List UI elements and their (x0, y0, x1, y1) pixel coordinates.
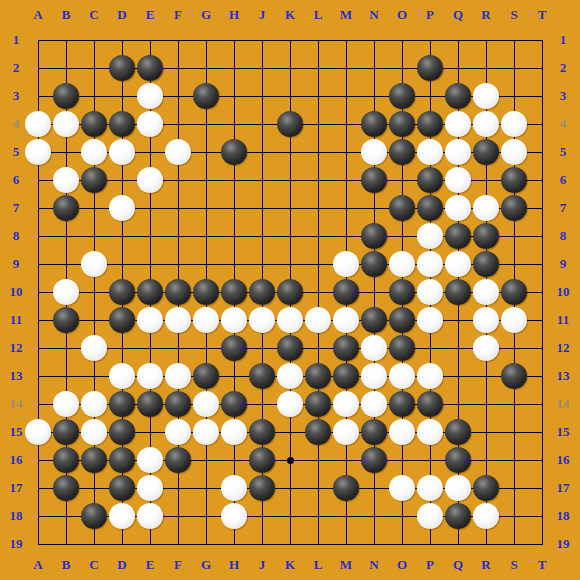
intersection-J6[interactable] (248, 166, 276, 194)
intersection-C19[interactable] (80, 530, 108, 558)
intersection-B19[interactable] (52, 530, 80, 558)
intersection-C6[interactable] (80, 166, 108, 194)
intersection-S5[interactable] (500, 138, 528, 166)
intersection-G6[interactable] (192, 166, 220, 194)
intersection-Q6[interactable] (444, 166, 472, 194)
intersection-L19[interactable] (304, 530, 332, 558)
intersection-T3[interactable] (528, 82, 556, 110)
intersection-C5[interactable] (80, 138, 108, 166)
intersection-K7[interactable] (276, 194, 304, 222)
intersection-B3[interactable] (52, 82, 80, 110)
intersection-T8[interactable] (528, 222, 556, 250)
intersection-O1[interactable] (388, 26, 416, 54)
intersection-N6[interactable] (360, 166, 388, 194)
intersection-N12[interactable] (360, 334, 388, 362)
intersection-B17[interactable] (52, 474, 80, 502)
intersection-Q8[interactable] (444, 222, 472, 250)
intersection-M9[interactable] (332, 250, 360, 278)
intersection-Q12[interactable] (444, 334, 472, 362)
intersection-C9[interactable] (80, 250, 108, 278)
intersection-Q4[interactable] (444, 110, 472, 138)
intersection-C15[interactable] (80, 418, 108, 446)
intersection-R12[interactable] (472, 334, 500, 362)
intersection-N2[interactable] (360, 54, 388, 82)
intersection-O2[interactable] (388, 54, 416, 82)
intersection-A2[interactable] (24, 54, 52, 82)
intersection-K10[interactable] (276, 278, 304, 306)
intersection-M7[interactable] (332, 194, 360, 222)
intersection-S10[interactable] (500, 278, 528, 306)
intersection-A16[interactable] (24, 446, 52, 474)
intersection-K3[interactable] (276, 82, 304, 110)
intersection-E5[interactable] (136, 138, 164, 166)
intersection-F14[interactable] (164, 390, 192, 418)
intersection-A6[interactable] (24, 166, 52, 194)
intersection-G11[interactable] (192, 306, 220, 334)
intersection-H7[interactable] (220, 194, 248, 222)
intersection-S19[interactable] (500, 530, 528, 558)
intersection-R1[interactable] (472, 26, 500, 54)
intersection-F5[interactable] (164, 138, 192, 166)
intersection-K6[interactable] (276, 166, 304, 194)
intersection-B5[interactable] (52, 138, 80, 166)
intersection-P18[interactable] (416, 502, 444, 530)
intersection-O13[interactable] (388, 362, 416, 390)
intersection-L15[interactable] (304, 418, 332, 446)
intersection-A17[interactable] (24, 474, 52, 502)
intersection-B4[interactable] (52, 110, 80, 138)
intersection-Q9[interactable] (444, 250, 472, 278)
intersection-R11[interactable] (472, 306, 500, 334)
intersection-J14[interactable] (248, 390, 276, 418)
intersection-L18[interactable] (304, 502, 332, 530)
intersection-P12[interactable] (416, 334, 444, 362)
intersection-G19[interactable] (192, 530, 220, 558)
intersection-L1[interactable] (304, 26, 332, 54)
intersection-F10[interactable] (164, 278, 192, 306)
intersection-N16[interactable] (360, 446, 388, 474)
intersection-L9[interactable] (304, 250, 332, 278)
intersection-A14[interactable] (24, 390, 52, 418)
intersection-T17[interactable] (528, 474, 556, 502)
intersection-C2[interactable] (80, 54, 108, 82)
intersection-R16[interactable] (472, 446, 500, 474)
intersection-G15[interactable] (192, 418, 220, 446)
intersection-E13[interactable] (136, 362, 164, 390)
intersection-C14[interactable] (80, 390, 108, 418)
intersection-B2[interactable] (52, 54, 80, 82)
intersection-G3[interactable] (192, 82, 220, 110)
intersection-H1[interactable] (220, 26, 248, 54)
intersection-J3[interactable] (248, 82, 276, 110)
intersection-A12[interactable] (24, 334, 52, 362)
intersection-S17[interactable] (500, 474, 528, 502)
intersection-D3[interactable] (108, 82, 136, 110)
intersection-R13[interactable] (472, 362, 500, 390)
intersection-F18[interactable] (164, 502, 192, 530)
intersection-J15[interactable] (248, 418, 276, 446)
intersection-G7[interactable] (192, 194, 220, 222)
intersection-O8[interactable] (388, 222, 416, 250)
intersection-E3[interactable] (136, 82, 164, 110)
intersection-A8[interactable] (24, 222, 52, 250)
intersection-T6[interactable] (528, 166, 556, 194)
intersection-R2[interactable] (472, 54, 500, 82)
intersection-D7[interactable] (108, 194, 136, 222)
intersection-F19[interactable] (164, 530, 192, 558)
intersection-B18[interactable] (52, 502, 80, 530)
intersection-O14[interactable] (388, 390, 416, 418)
intersection-M18[interactable] (332, 502, 360, 530)
intersection-Q2[interactable] (444, 54, 472, 82)
intersection-D4[interactable] (108, 110, 136, 138)
intersection-F2[interactable] (164, 54, 192, 82)
intersection-H19[interactable] (220, 530, 248, 558)
intersection-D10[interactable] (108, 278, 136, 306)
intersection-S18[interactable] (500, 502, 528, 530)
intersection-R8[interactable] (472, 222, 500, 250)
intersection-C10[interactable] (80, 278, 108, 306)
intersection-P7[interactable] (416, 194, 444, 222)
intersection-D16[interactable] (108, 446, 136, 474)
intersection-R14[interactable] (472, 390, 500, 418)
intersection-D14[interactable] (108, 390, 136, 418)
intersection-E12[interactable] (136, 334, 164, 362)
intersection-P15[interactable] (416, 418, 444, 446)
intersection-P4[interactable] (416, 110, 444, 138)
intersection-G14[interactable] (192, 390, 220, 418)
intersection-O3[interactable] (388, 82, 416, 110)
intersection-J10[interactable] (248, 278, 276, 306)
intersection-N4[interactable] (360, 110, 388, 138)
intersection-E14[interactable] (136, 390, 164, 418)
intersection-D8[interactable] (108, 222, 136, 250)
intersection-E7[interactable] (136, 194, 164, 222)
intersection-R4[interactable] (472, 110, 500, 138)
intersection-Q10[interactable] (444, 278, 472, 306)
intersection-O7[interactable] (388, 194, 416, 222)
intersection-H17[interactable] (220, 474, 248, 502)
intersection-M16[interactable] (332, 446, 360, 474)
intersection-N9[interactable] (360, 250, 388, 278)
intersection-N14[interactable] (360, 390, 388, 418)
intersection-E17[interactable] (136, 474, 164, 502)
intersection-M12[interactable] (332, 334, 360, 362)
intersection-O19[interactable] (388, 530, 416, 558)
intersection-A3[interactable] (24, 82, 52, 110)
intersection-G16[interactable] (192, 446, 220, 474)
intersection-K2[interactable] (276, 54, 304, 82)
intersection-T7[interactable] (528, 194, 556, 222)
intersection-B9[interactable] (52, 250, 80, 278)
intersection-Q1[interactable] (444, 26, 472, 54)
intersection-T1[interactable] (528, 26, 556, 54)
intersection-H10[interactable] (220, 278, 248, 306)
intersection-B10[interactable] (52, 278, 80, 306)
intersection-K13[interactable] (276, 362, 304, 390)
intersection-S11[interactable] (500, 306, 528, 334)
intersection-G4[interactable] (192, 110, 220, 138)
intersection-L11[interactable] (304, 306, 332, 334)
intersection-Q17[interactable] (444, 474, 472, 502)
intersection-Q13[interactable] (444, 362, 472, 390)
intersection-P6[interactable] (416, 166, 444, 194)
intersection-H11[interactable] (220, 306, 248, 334)
intersection-T14[interactable] (528, 390, 556, 418)
intersection-M5[interactable] (332, 138, 360, 166)
intersection-H8[interactable] (220, 222, 248, 250)
intersection-L12[interactable] (304, 334, 332, 362)
intersection-M14[interactable] (332, 390, 360, 418)
intersection-P3[interactable] (416, 82, 444, 110)
intersection-B6[interactable] (52, 166, 80, 194)
intersection-L13[interactable] (304, 362, 332, 390)
intersection-G9[interactable] (192, 250, 220, 278)
intersection-H4[interactable] (220, 110, 248, 138)
intersection-L6[interactable] (304, 166, 332, 194)
intersection-P11[interactable] (416, 306, 444, 334)
intersection-J19[interactable] (248, 530, 276, 558)
intersection-G10[interactable] (192, 278, 220, 306)
intersection-Q15[interactable] (444, 418, 472, 446)
intersection-E15[interactable] (136, 418, 164, 446)
intersection-C8[interactable] (80, 222, 108, 250)
intersection-P2[interactable] (416, 54, 444, 82)
intersection-R10[interactable] (472, 278, 500, 306)
intersection-T18[interactable] (528, 502, 556, 530)
intersection-L5[interactable] (304, 138, 332, 166)
intersection-M2[interactable] (332, 54, 360, 82)
intersection-J8[interactable] (248, 222, 276, 250)
intersection-K11[interactable] (276, 306, 304, 334)
intersection-B8[interactable] (52, 222, 80, 250)
intersection-O17[interactable] (388, 474, 416, 502)
intersection-Q18[interactable] (444, 502, 472, 530)
intersection-P5[interactable] (416, 138, 444, 166)
intersection-H13[interactable] (220, 362, 248, 390)
intersection-M11[interactable] (332, 306, 360, 334)
intersection-J18[interactable] (248, 502, 276, 530)
intersection-O12[interactable] (388, 334, 416, 362)
intersection-K19[interactable] (276, 530, 304, 558)
intersection-G17[interactable] (192, 474, 220, 502)
intersection-D19[interactable] (108, 530, 136, 558)
intersection-K12[interactable] (276, 334, 304, 362)
intersection-E16[interactable] (136, 446, 164, 474)
intersection-O15[interactable] (388, 418, 416, 446)
intersection-P13[interactable] (416, 362, 444, 390)
intersection-L17[interactable] (304, 474, 332, 502)
intersection-S12[interactable] (500, 334, 528, 362)
intersection-H2[interactable] (220, 54, 248, 82)
intersection-O18[interactable] (388, 502, 416, 530)
intersection-J12[interactable] (248, 334, 276, 362)
intersection-N17[interactable] (360, 474, 388, 502)
intersection-D9[interactable] (108, 250, 136, 278)
intersection-N11[interactable] (360, 306, 388, 334)
intersection-D13[interactable] (108, 362, 136, 390)
intersection-J4[interactable] (248, 110, 276, 138)
intersection-G13[interactable] (192, 362, 220, 390)
intersection-C13[interactable] (80, 362, 108, 390)
intersection-R15[interactable] (472, 418, 500, 446)
intersection-R7[interactable] (472, 194, 500, 222)
intersection-N1[interactable] (360, 26, 388, 54)
intersection-F16[interactable] (164, 446, 192, 474)
intersection-M17[interactable] (332, 474, 360, 502)
intersection-G5[interactable] (192, 138, 220, 166)
intersection-P10[interactable] (416, 278, 444, 306)
intersection-G2[interactable] (192, 54, 220, 82)
intersection-Q16[interactable] (444, 446, 472, 474)
intersection-J17[interactable] (248, 474, 276, 502)
intersection-H9[interactable] (220, 250, 248, 278)
intersection-J9[interactable] (248, 250, 276, 278)
intersection-F13[interactable] (164, 362, 192, 390)
intersection-E18[interactable] (136, 502, 164, 530)
intersection-D11[interactable] (108, 306, 136, 334)
intersection-F6[interactable] (164, 166, 192, 194)
intersection-E2[interactable] (136, 54, 164, 82)
intersection-K8[interactable] (276, 222, 304, 250)
intersection-K15[interactable] (276, 418, 304, 446)
intersection-S2[interactable] (500, 54, 528, 82)
intersection-M1[interactable] (332, 26, 360, 54)
intersection-E19[interactable] (136, 530, 164, 558)
intersection-B13[interactable] (52, 362, 80, 390)
intersection-E1[interactable] (136, 26, 164, 54)
intersection-T4[interactable] (528, 110, 556, 138)
intersection-L10[interactable] (304, 278, 332, 306)
intersection-F4[interactable] (164, 110, 192, 138)
intersection-G18[interactable] (192, 502, 220, 530)
intersection-H18[interactable] (220, 502, 248, 530)
intersection-T15[interactable] (528, 418, 556, 446)
intersection-T9[interactable] (528, 250, 556, 278)
intersection-S14[interactable] (500, 390, 528, 418)
intersection-E11[interactable] (136, 306, 164, 334)
intersection-Q5[interactable] (444, 138, 472, 166)
intersection-G8[interactable] (192, 222, 220, 250)
intersection-D1[interactable] (108, 26, 136, 54)
intersection-B11[interactable] (52, 306, 80, 334)
intersection-N3[interactable] (360, 82, 388, 110)
intersection-A18[interactable] (24, 502, 52, 530)
intersection-L4[interactable] (304, 110, 332, 138)
intersection-S13[interactable] (500, 362, 528, 390)
intersection-A10[interactable] (24, 278, 52, 306)
intersection-B7[interactable] (52, 194, 80, 222)
intersection-C11[interactable] (80, 306, 108, 334)
intersection-T16[interactable] (528, 446, 556, 474)
intersection-E4[interactable] (136, 110, 164, 138)
intersection-E6[interactable] (136, 166, 164, 194)
intersection-P17[interactable] (416, 474, 444, 502)
intersection-M13[interactable] (332, 362, 360, 390)
intersection-L2[interactable] (304, 54, 332, 82)
intersection-N10[interactable] (360, 278, 388, 306)
intersection-L14[interactable] (304, 390, 332, 418)
intersection-T5[interactable] (528, 138, 556, 166)
intersection-T2[interactable] (528, 54, 556, 82)
intersection-E8[interactable] (136, 222, 164, 250)
intersection-M19[interactable] (332, 530, 360, 558)
intersection-P1[interactable] (416, 26, 444, 54)
intersection-M4[interactable] (332, 110, 360, 138)
intersection-H5[interactable] (220, 138, 248, 166)
intersection-P14[interactable] (416, 390, 444, 418)
intersection-S6[interactable] (500, 166, 528, 194)
intersection-N18[interactable] (360, 502, 388, 530)
intersection-A7[interactable] (24, 194, 52, 222)
intersection-B12[interactable] (52, 334, 80, 362)
intersection-Q3[interactable] (444, 82, 472, 110)
intersection-K9[interactable] (276, 250, 304, 278)
intersection-G12[interactable] (192, 334, 220, 362)
intersection-P9[interactable] (416, 250, 444, 278)
intersection-J1[interactable] (248, 26, 276, 54)
intersection-D2[interactable] (108, 54, 136, 82)
intersection-S16[interactable] (500, 446, 528, 474)
intersection-C4[interactable] (80, 110, 108, 138)
intersection-A1[interactable] (24, 26, 52, 54)
intersection-M6[interactable] (332, 166, 360, 194)
intersection-G1[interactable] (192, 26, 220, 54)
intersection-F8[interactable] (164, 222, 192, 250)
intersection-M3[interactable] (332, 82, 360, 110)
intersection-D6[interactable] (108, 166, 136, 194)
intersection-H6[interactable] (220, 166, 248, 194)
intersection-L8[interactable] (304, 222, 332, 250)
intersection-T10[interactable] (528, 278, 556, 306)
intersection-S8[interactable] (500, 222, 528, 250)
intersection-C3[interactable] (80, 82, 108, 110)
intersection-D15[interactable] (108, 418, 136, 446)
intersection-R19[interactable] (472, 530, 500, 558)
intersection-K16[interactable] (276, 446, 304, 474)
intersection-M10[interactable] (332, 278, 360, 306)
intersection-R17[interactable] (472, 474, 500, 502)
intersection-Q7[interactable] (444, 194, 472, 222)
intersection-A13[interactable] (24, 362, 52, 390)
intersection-C12[interactable] (80, 334, 108, 362)
intersection-K14[interactable] (276, 390, 304, 418)
intersection-S9[interactable] (500, 250, 528, 278)
intersection-A4[interactable] (24, 110, 52, 138)
intersection-B16[interactable] (52, 446, 80, 474)
intersection-J5[interactable] (248, 138, 276, 166)
intersection-P8[interactable] (416, 222, 444, 250)
intersection-T19[interactable] (528, 530, 556, 558)
intersection-K5[interactable] (276, 138, 304, 166)
intersection-O6[interactable] (388, 166, 416, 194)
intersection-O5[interactable] (388, 138, 416, 166)
intersection-L7[interactable] (304, 194, 332, 222)
intersection-E10[interactable] (136, 278, 164, 306)
intersection-R3[interactable] (472, 82, 500, 110)
intersection-N15[interactable] (360, 418, 388, 446)
intersection-O16[interactable] (388, 446, 416, 474)
intersection-F12[interactable] (164, 334, 192, 362)
intersection-C16[interactable] (80, 446, 108, 474)
intersection-F3[interactable] (164, 82, 192, 110)
intersection-S1[interactable] (500, 26, 528, 54)
intersection-K17[interactable] (276, 474, 304, 502)
intersection-H12[interactable] (220, 334, 248, 362)
intersection-L16[interactable] (304, 446, 332, 474)
intersection-E9[interactable] (136, 250, 164, 278)
intersection-H15[interactable] (220, 418, 248, 446)
